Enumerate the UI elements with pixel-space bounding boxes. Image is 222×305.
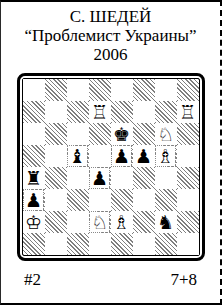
square-h1 [177, 233, 199, 255]
white-rook-h7: ♖ [179, 102, 196, 122]
square-h5 [177, 145, 199, 167]
square-g7 [155, 101, 177, 123]
white-bishop-e2: ♗ [113, 212, 130, 232]
square-d6 [89, 123, 111, 145]
square-h3 [177, 189, 199, 211]
square-b2 [45, 211, 67, 233]
square-h7: ♖ [177, 101, 199, 123]
square-e6: ♚ [111, 123, 133, 145]
square-d7: ♖ [89, 101, 111, 123]
square-c8 [67, 79, 89, 101]
square-h2 [177, 211, 199, 233]
black-pawn-a3: ♟ [24, 190, 43, 210]
square-a3: ♟ [23, 189, 45, 211]
square-a6 [23, 123, 45, 145]
square-f4 [133, 167, 155, 189]
square-c3 [67, 189, 89, 211]
chess-board-frame: ♖♖♚♘♝♟♟♗♜♟♟♔♘♗♞ [17, 73, 205, 261]
square-g8 [155, 79, 177, 101]
black-pawn-e5: ♟ [112, 146, 131, 166]
square-f8 [133, 79, 155, 101]
square-f2 [133, 211, 155, 233]
square-f6 [133, 123, 155, 145]
year: 2006 [1, 45, 220, 64]
problem-caption: #2 7+8 [1, 270, 220, 290]
square-e5: ♟ [111, 145, 133, 167]
square-f7 [133, 101, 155, 123]
square-g1 [155, 233, 177, 255]
square-a1 [23, 233, 45, 255]
square-g3 [155, 189, 177, 211]
black-pawn-f5: ♟ [135, 146, 152, 166]
square-h4 [177, 167, 199, 189]
square-a8 [23, 79, 45, 101]
stipulation-label: #2 [24, 270, 41, 290]
black-rook-a4: ♜ [25, 168, 42, 188]
square-c6 [67, 123, 89, 145]
square-b1 [45, 233, 67, 255]
black-knight-g2: ♞ [157, 212, 174, 232]
problem-card: С. ШЕДЕЙ “Проблемист Украины” 2006 ♖♖♚♘♝… [0, 0, 222, 305]
white-knight-d2: ♘ [90, 212, 109, 232]
square-g4 [155, 167, 177, 189]
square-f1 [133, 233, 155, 255]
square-c4 [67, 167, 89, 189]
square-e1 [111, 233, 133, 255]
chess-board-inner-frame: ♖♖♚♘♝♟♟♗♜♟♟♔♘♗♞ [22, 78, 200, 256]
white-knight-g6: ♘ [157, 124, 174, 144]
square-b8 [45, 79, 67, 101]
square-d3 [89, 189, 111, 211]
source-name: “Проблемист Украины” [1, 26, 220, 45]
square-a5 [23, 145, 45, 167]
square-b5 [45, 145, 67, 167]
square-b7 [45, 101, 67, 123]
square-d2: ♘ [89, 211, 111, 233]
square-a2: ♔ [23, 211, 45, 233]
black-pawn-d4: ♟ [90, 168, 109, 188]
square-c5: ♝ [67, 145, 89, 167]
square-b4 [45, 167, 67, 189]
board-grid: ♖♖♚♘♝♟♟♗♜♟♟♔♘♗♞ [23, 79, 199, 255]
square-b3 [45, 189, 67, 211]
square-g6: ♘ [155, 123, 177, 145]
black-king-e6: ♚ [113, 124, 130, 144]
white-king-a2: ♔ [25, 212, 42, 232]
square-d1 [89, 233, 111, 255]
square-g2: ♞ [155, 211, 177, 233]
black-bishop-c5: ♝ [68, 146, 87, 166]
square-e3 [111, 189, 133, 211]
square-e4 [111, 167, 133, 189]
square-h8 [177, 79, 199, 101]
square-e8 [111, 79, 133, 101]
square-e7 [111, 101, 133, 123]
square-c1 [67, 233, 89, 255]
square-c2 [67, 211, 89, 233]
square-d5 [89, 145, 111, 167]
white-rook-d7: ♖ [91, 102, 108, 122]
square-d8 [89, 79, 111, 101]
problem-header: С. ШЕДЕЙ “Проблемист Украины” 2006 [1, 2, 220, 64]
square-b6 [45, 123, 67, 145]
square-g5: ♗ [155, 145, 177, 167]
material-count-label: 7+8 [170, 270, 197, 290]
white-bishop-g5: ♗ [156, 146, 175, 166]
square-f5: ♟ [133, 145, 155, 167]
square-c7 [67, 101, 89, 123]
square-e2: ♗ [111, 211, 133, 233]
composer-name: С. ШЕДЕЙ [1, 7, 220, 26]
square-d4: ♟ [89, 167, 111, 189]
square-a4: ♜ [23, 167, 45, 189]
square-f3 [133, 189, 155, 211]
square-a7 [23, 101, 45, 123]
square-h6 [177, 123, 199, 145]
